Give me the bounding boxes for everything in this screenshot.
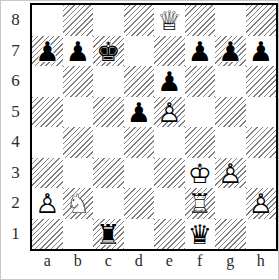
- square-e3[interactable]: [154, 158, 185, 189]
- square-d7[interactable]: [124, 36, 155, 67]
- rank-label-2: 2: [1, 188, 30, 219]
- square-a2[interactable]: ♟♙: [32, 188, 63, 219]
- square-f3[interactable]: ♚♔: [185, 158, 216, 189]
- black-pawn-glyph: ♟: [124, 97, 155, 128]
- square-c1[interactable]: ♜: [93, 219, 124, 250]
- white-knight-outline: ♘: [63, 188, 94, 219]
- piece-black-pawn-h7[interactable]: ♟: [246, 36, 277, 67]
- rank-label-6: 6: [1, 66, 30, 97]
- rank-labels: 87654321: [1, 5, 30, 249]
- square-c7[interactable]: ♚: [93, 36, 124, 67]
- rank-label-4: 4: [1, 127, 30, 158]
- square-d3[interactable]: [124, 158, 155, 189]
- square-g2[interactable]: [215, 188, 246, 219]
- square-h6[interactable]: [246, 66, 277, 97]
- piece-black-pawn-b7[interactable]: ♟: [63, 36, 94, 67]
- piece-black-pawn-e6[interactable]: ♟: [154, 66, 185, 97]
- black-pawn-glyph: ♟: [215, 36, 246, 67]
- square-b4[interactable]: [63, 127, 94, 158]
- square-g7[interactable]: ♟: [215, 36, 246, 67]
- piece-black-pawn-d5[interactable]: ♟: [124, 97, 155, 128]
- square-h5[interactable]: [246, 97, 277, 128]
- white-king-outline: ♔: [185, 158, 216, 189]
- square-f8[interactable]: [185, 5, 216, 36]
- square-e2[interactable]: [154, 188, 185, 219]
- square-e1[interactable]: [154, 219, 185, 250]
- white-pawn-outline: ♙: [246, 188, 277, 219]
- piece-white-pawn-g3[interactable]: ♟♙: [215, 158, 246, 189]
- black-rook-glyph: ♜: [93, 219, 124, 250]
- square-a8[interactable]: [32, 5, 63, 36]
- square-g3[interactable]: ♟♙: [215, 158, 246, 189]
- square-f5[interactable]: [185, 97, 216, 128]
- square-c2[interactable]: [93, 188, 124, 219]
- piece-white-pawn-h2[interactable]: ♟♙: [246, 188, 277, 219]
- square-g1[interactable]: [215, 219, 246, 250]
- square-g4[interactable]: [215, 127, 246, 158]
- square-a6[interactable]: [32, 66, 63, 97]
- black-queen-glyph: ♛: [185, 219, 216, 250]
- square-c8[interactable]: [93, 5, 124, 36]
- black-pawn-glyph: ♟: [246, 36, 277, 67]
- piece-white-queen-e8[interactable]: ♛♕: [154, 5, 185, 36]
- square-h8[interactable]: [246, 5, 277, 36]
- square-d8[interactable]: [124, 5, 155, 36]
- square-a3[interactable]: [32, 158, 63, 189]
- square-h7[interactable]: ♟: [246, 36, 277, 67]
- chess-board: ♛♕♟♟♚♟♟♟♟♟♟♙♚♔♟♙♟♙♞♘♜♖♟♙♜♛: [30, 3, 278, 251]
- white-rook-outline: ♖: [185, 188, 216, 219]
- square-b3[interactable]: [63, 158, 94, 189]
- square-c4[interactable]: [93, 127, 124, 158]
- piece-black-rook-c1[interactable]: ♜: [93, 219, 124, 250]
- black-pawn-glyph: ♟: [63, 36, 94, 67]
- piece-black-pawn-a7[interactable]: ♟: [32, 36, 63, 67]
- file-labels: abcdefgh: [32, 252, 276, 270]
- white-pawn-outline: ♙: [154, 97, 185, 128]
- square-e8[interactable]: ♛♕: [154, 5, 185, 36]
- square-g5[interactable]: [215, 97, 246, 128]
- file-label-f: f: [185, 252, 216, 270]
- rank-label-8: 8: [1, 5, 30, 36]
- file-label-e: e: [154, 252, 185, 270]
- square-f7[interactable]: ♟: [185, 36, 216, 67]
- file-label-h: h: [246, 252, 277, 270]
- square-f6[interactable]: [185, 66, 216, 97]
- black-pawn-glyph: ♟: [185, 36, 216, 67]
- rank-label-3: 3: [1, 158, 30, 189]
- white-pawn-outline: ♙: [32, 188, 63, 219]
- piece-white-pawn-e5[interactable]: ♟♙: [154, 97, 185, 128]
- piece-white-pawn-a2[interactable]: ♟♙: [32, 188, 63, 219]
- square-g6[interactable]: [215, 66, 246, 97]
- square-b8[interactable]: [63, 5, 94, 36]
- file-label-c: c: [93, 252, 124, 270]
- square-b7[interactable]: ♟: [63, 36, 94, 67]
- square-h1[interactable]: [246, 219, 277, 250]
- chess-diagram: 87654321 ♛♕♟♟♚♟♟♟♟♟♟♙♚♔♟♙♟♙♞♘♜♖♟♙♜♛ abcd…: [0, 0, 279, 280]
- file-label-a: a: [32, 252, 63, 270]
- piece-black-pawn-g7[interactable]: ♟: [215, 36, 246, 67]
- square-g8[interactable]: [215, 5, 246, 36]
- square-h4[interactable]: [246, 127, 277, 158]
- square-b6[interactable]: [63, 66, 94, 97]
- square-e6[interactable]: ♟: [154, 66, 185, 97]
- square-a4[interactable]: [32, 127, 63, 158]
- square-f1[interactable]: ♛: [185, 219, 216, 250]
- square-c6[interactable]: [93, 66, 124, 97]
- square-e7[interactable]: [154, 36, 185, 67]
- file-label-d: d: [124, 252, 155, 270]
- square-a7[interactable]: ♟: [32, 36, 63, 67]
- piece-white-rook-f2[interactable]: ♜♖: [185, 188, 216, 219]
- piece-white-knight-b2[interactable]: ♞♘: [63, 188, 94, 219]
- rank-label-7: 7: [1, 36, 30, 67]
- square-b1[interactable]: [63, 219, 94, 250]
- square-c5[interactable]: [93, 97, 124, 128]
- square-e4[interactable]: [154, 127, 185, 158]
- square-d6[interactable]: [124, 66, 155, 97]
- square-d4[interactable]: [124, 127, 155, 158]
- file-label-g: g: [215, 252, 246, 270]
- square-d1[interactable]: [124, 219, 155, 250]
- black-pawn-glyph: ♟: [154, 66, 185, 97]
- square-b5[interactable]: [63, 97, 94, 128]
- square-a1[interactable]: [32, 219, 63, 250]
- square-h2[interactable]: ♟♙: [246, 188, 277, 219]
- square-f4[interactable]: [185, 127, 216, 158]
- file-label-b: b: [63, 252, 94, 270]
- black-king-glyph: ♚: [93, 36, 124, 67]
- white-queen-outline: ♕: [154, 5, 185, 36]
- rank-label-1: 1: [1, 219, 30, 250]
- piece-white-king-f3[interactable]: ♚♔: [185, 158, 216, 189]
- square-h3[interactable]: [246, 158, 277, 189]
- square-d5[interactable]: ♟: [124, 97, 155, 128]
- rank-label-5: 5: [1, 97, 30, 128]
- black-pawn-glyph: ♟: [32, 36, 63, 67]
- piece-black-pawn-f7[interactable]: ♟: [185, 36, 216, 67]
- square-a5[interactable]: [32, 97, 63, 128]
- square-f2[interactable]: ♜♖: [185, 188, 216, 219]
- square-d2[interactable]: [124, 188, 155, 219]
- square-c3[interactable]: [93, 158, 124, 189]
- piece-black-king-c7[interactable]: ♚: [93, 36, 124, 67]
- piece-black-queen-f1[interactable]: ♛: [185, 219, 216, 250]
- white-pawn-outline: ♙: [215, 158, 246, 189]
- square-e5[interactable]: ♟♙: [154, 97, 185, 128]
- square-b2[interactable]: ♞♘: [63, 188, 94, 219]
